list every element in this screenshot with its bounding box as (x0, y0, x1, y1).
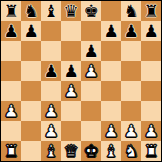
square-d7[interactable] (61, 21, 81, 41)
square-a3[interactable]: ♟ (1, 101, 21, 121)
square-g3[interactable] (121, 101, 141, 121)
white-pawn-icon[interactable]: ♟ (63, 81, 78, 101)
square-a6[interactable] (1, 41, 21, 61)
black-pawn-icon[interactable]: ♟ (83, 41, 98, 61)
square-h5[interactable] (141, 61, 161, 81)
black-pawn-icon[interactable]: ♟ (123, 21, 138, 41)
white-pawn-icon[interactable]: ♟ (143, 121, 158, 141)
square-b5[interactable] (21, 61, 41, 81)
square-a1[interactable]: ♜ (1, 141, 21, 161)
square-d6[interactable] (61, 41, 81, 61)
white-pawn-icon[interactable]: ♟ (103, 121, 118, 141)
square-c3[interactable]: ♟ (41, 101, 61, 121)
square-e5[interactable]: ♟ (81, 61, 101, 81)
square-a8[interactable]: ♜ (1, 1, 21, 21)
square-c5[interactable]: ♟ (41, 61, 61, 81)
square-e1[interactable]: ♚ (81, 141, 101, 161)
white-knight-icon[interactable]: ♞ (123, 141, 138, 161)
square-b2[interactable] (21, 121, 41, 141)
square-e8[interactable]: ♚ (81, 1, 101, 21)
square-a2[interactable] (1, 121, 21, 141)
white-pawn-icon[interactable]: ♟ (3, 101, 18, 121)
square-g8[interactable]: ♞ (121, 1, 141, 21)
black-pawn-icon[interactable]: ♟ (143, 21, 158, 41)
square-a7[interactable]: ♟ (1, 21, 21, 41)
square-d2[interactable] (61, 121, 81, 141)
square-h2[interactable]: ♟ (141, 121, 161, 141)
square-h4[interactable] (141, 81, 161, 101)
square-b8[interactable]: ♞ (21, 1, 41, 21)
square-d1[interactable]: ♛ (61, 141, 81, 161)
square-f3[interactable] (101, 101, 121, 121)
square-b3[interactable] (21, 101, 41, 121)
black-bishop-icon[interactable]: ♝ (43, 1, 58, 21)
square-c7[interactable] (41, 21, 61, 41)
white-pawn-icon[interactable]: ♟ (83, 61, 98, 81)
square-g1[interactable]: ♞ (121, 141, 141, 161)
black-knight-icon[interactable]: ♞ (23, 1, 38, 21)
square-c6[interactable] (41, 41, 61, 61)
square-e7[interactable] (81, 21, 101, 41)
white-rook-icon[interactable]: ♜ (143, 141, 158, 161)
square-c8[interactable]: ♝ (41, 1, 61, 21)
square-g7[interactable]: ♟ (121, 21, 141, 41)
black-pawn-icon[interactable]: ♟ (3, 21, 18, 41)
square-a4[interactable] (1, 81, 21, 101)
square-b6[interactable] (21, 41, 41, 61)
square-g4[interactable] (121, 81, 141, 101)
chess-board: ♜♞♝♛♚♞♜♟♟♟♟♟♟♟♟♟♟♟♟♟♟♟♟♜♝♛♚♝♞♜ (0, 0, 162, 162)
square-f2[interactable]: ♟ (101, 121, 121, 141)
white-queen-icon[interactable]: ♛ (63, 141, 78, 161)
square-b4[interactable] (21, 81, 41, 101)
black-queen-icon[interactable]: ♛ (63, 1, 78, 21)
black-pawn-icon[interactable]: ♟ (43, 61, 58, 81)
square-h3[interactable] (141, 101, 161, 121)
square-f1[interactable]: ♝ (101, 141, 121, 161)
white-bishop-icon[interactable]: ♝ (103, 141, 118, 161)
square-h8[interactable]: ♜ (141, 1, 161, 21)
square-a5[interactable] (1, 61, 21, 81)
white-bishop-icon[interactable]: ♝ (43, 141, 58, 161)
black-pawn-icon[interactable]: ♟ (63, 61, 78, 81)
black-rook-icon[interactable]: ♜ (143, 1, 158, 21)
square-f7[interactable]: ♟ (101, 21, 121, 41)
square-c4[interactable] (41, 81, 61, 101)
square-b7[interactable]: ♟ (21, 21, 41, 41)
square-c2[interactable]: ♟ (41, 121, 61, 141)
square-e2[interactable] (81, 121, 101, 141)
white-king-icon[interactable]: ♚ (83, 141, 98, 161)
square-d3[interactable] (61, 101, 81, 121)
square-e3[interactable] (81, 101, 101, 121)
square-g6[interactable] (121, 41, 141, 61)
square-h1[interactable]: ♜ (141, 141, 161, 161)
square-f5[interactable] (101, 61, 121, 81)
square-f4[interactable] (101, 81, 121, 101)
white-rook-icon[interactable]: ♜ (3, 141, 18, 161)
square-f8[interactable] (101, 1, 121, 21)
square-f6[interactable] (101, 41, 121, 61)
square-g2[interactable]: ♟ (121, 121, 141, 141)
square-d5[interactable]: ♟ (61, 61, 81, 81)
black-king-icon[interactable]: ♚ (83, 1, 98, 21)
square-c1[interactable]: ♝ (41, 141, 61, 161)
white-pawn-icon[interactable]: ♟ (123, 121, 138, 141)
square-e4[interactable] (81, 81, 101, 101)
white-pawn-icon[interactable]: ♟ (43, 101, 58, 121)
square-h7[interactable]: ♟ (141, 21, 161, 41)
square-g5[interactable] (121, 61, 141, 81)
square-e6[interactable]: ♟ (81, 41, 101, 61)
black-pawn-icon[interactable]: ♟ (103, 21, 118, 41)
square-h6[interactable] (141, 41, 161, 61)
square-d8[interactable]: ♛ (61, 1, 81, 21)
square-b1[interactable] (21, 141, 41, 161)
square-d4[interactable]: ♟ (61, 81, 81, 101)
white-pawn-icon[interactable]: ♟ (43, 121, 58, 141)
black-pawn-icon[interactable]: ♟ (23, 21, 38, 41)
black-knight-icon[interactable]: ♞ (123, 1, 138, 21)
black-rook-icon[interactable]: ♜ (3, 1, 18, 21)
